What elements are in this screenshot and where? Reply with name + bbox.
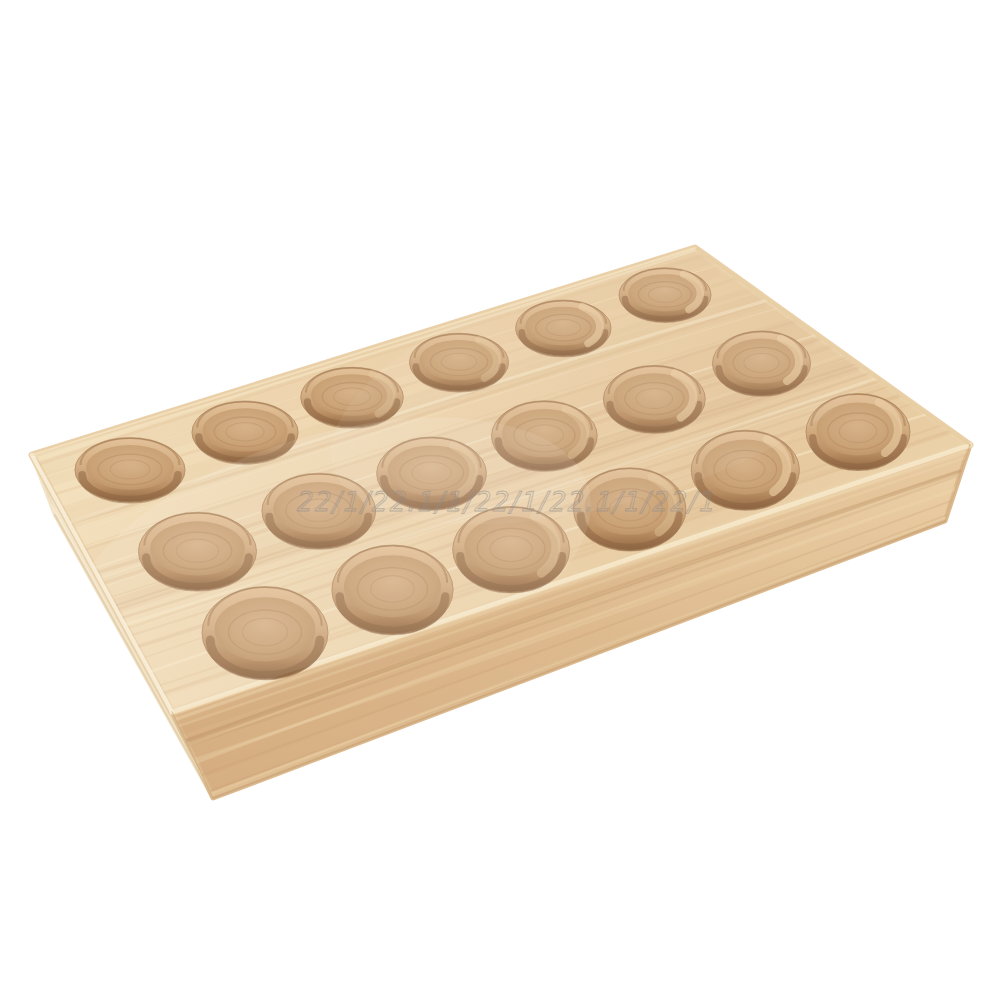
board-scene: 22/1/22.1/1/22/1/22.1/1/22/1 xyxy=(0,0,1000,1000)
watermark: 22/1/22.1/1/22/1/22.1/1/22/1 xyxy=(295,486,715,517)
pit-bottom xyxy=(86,445,174,490)
pit-r0-c0[interactable] xyxy=(75,438,185,502)
product-photo: 22/1/22.1/1/22/1/22.1/1/22/1 xyxy=(0,0,1000,1000)
pit-bottom xyxy=(203,408,288,451)
